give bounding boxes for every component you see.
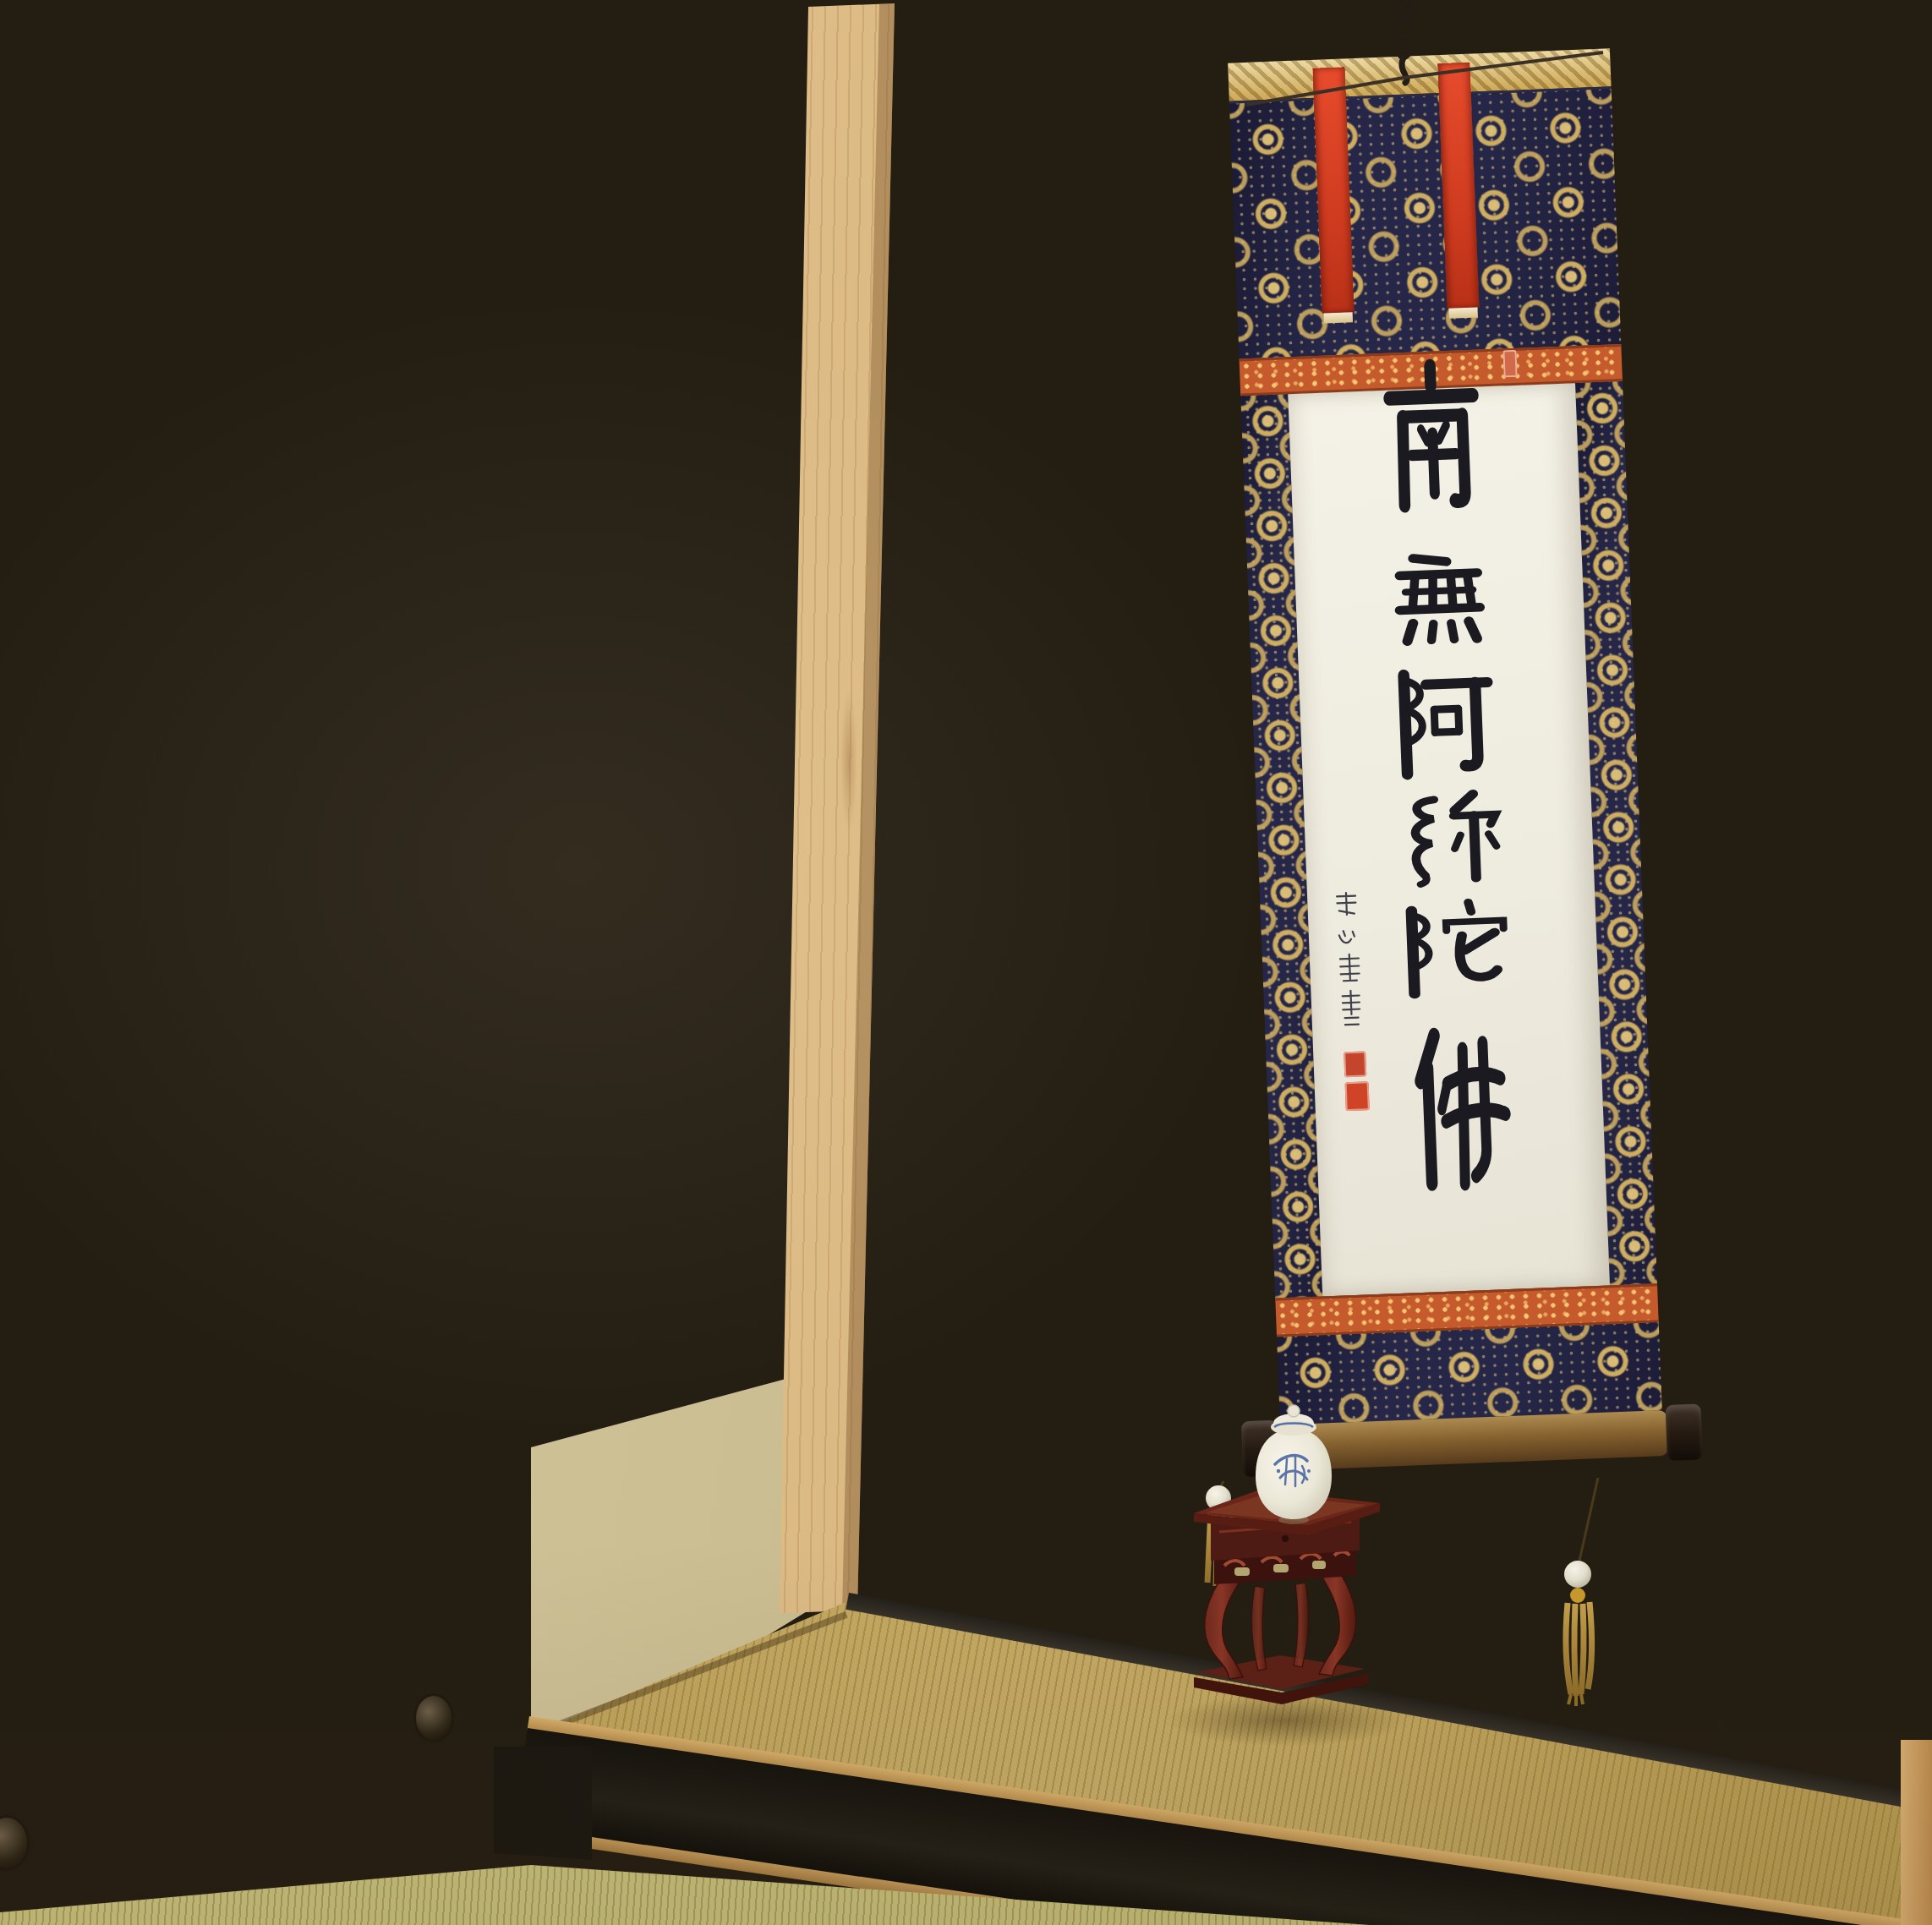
light-vignette bbox=[0, 0, 1932, 1925]
tatami-room-photo: 南無阿弥陀佛 雅心謹書 bbox=[0, 0, 1932, 1925]
